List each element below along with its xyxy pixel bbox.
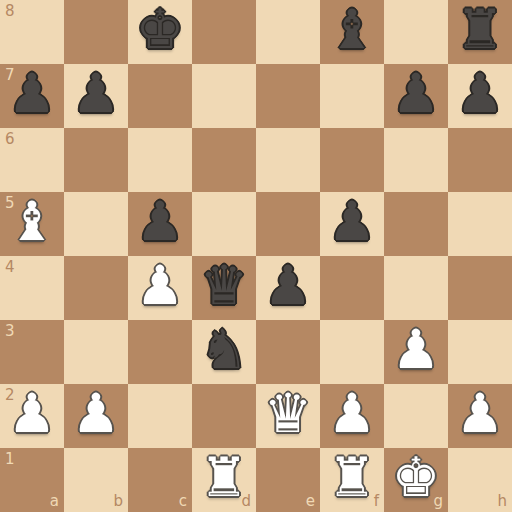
square-c4[interactable]: ♟ (128, 256, 192, 320)
square-a2[interactable]: 2♟ (0, 384, 64, 448)
square-d5[interactable] (192, 192, 256, 256)
square-b3[interactable] (64, 320, 128, 384)
piece-white-pawn[interactable]: ♟ (328, 387, 376, 441)
piece-black-pawn[interactable]: ♟ (328, 195, 376, 249)
square-c8[interactable]: ♚ (128, 0, 192, 64)
square-a4[interactable]: 4 (0, 256, 64, 320)
piece-white-queen[interactable]: ♛ (264, 387, 312, 441)
square-e2[interactable]: ♛ (256, 384, 320, 448)
chess-board: 8♚♝♜7♟♟♟♟65♝♟♟4♟♛♟3♞♟2♟♟♛♟♟1abcd♜ef♜g♚h (0, 0, 512, 512)
square-d6[interactable] (192, 128, 256, 192)
square-b4[interactable] (64, 256, 128, 320)
square-h8[interactable]: ♜ (448, 0, 512, 64)
square-f3[interactable] (320, 320, 384, 384)
square-d7[interactable] (192, 64, 256, 128)
piece-black-pawn[interactable]: ♟ (456, 67, 504, 121)
piece-black-rook[interactable]: ♜ (456, 3, 504, 57)
piece-black-queen[interactable]: ♛ (200, 259, 248, 313)
rank-label-6: 6 (5, 132, 15, 147)
square-c5[interactable]: ♟ (128, 192, 192, 256)
square-a7[interactable]: 7♟ (0, 64, 64, 128)
square-g4[interactable] (384, 256, 448, 320)
square-a1[interactable]: 1a (0, 448, 64, 512)
square-g3[interactable]: ♟ (384, 320, 448, 384)
file-label-a: a (50, 494, 59, 509)
square-a5[interactable]: 5♝ (0, 192, 64, 256)
file-label-c: c (179, 494, 187, 509)
square-h2[interactable]: ♟ (448, 384, 512, 448)
square-f7[interactable] (320, 64, 384, 128)
square-f2[interactable]: ♟ (320, 384, 384, 448)
rank-label-4: 4 (5, 260, 15, 275)
square-d1[interactable]: d♜ (192, 448, 256, 512)
piece-black-pawn[interactable]: ♟ (72, 67, 120, 121)
file-label-h: h (497, 494, 507, 509)
square-c6[interactable] (128, 128, 192, 192)
square-g2[interactable] (384, 384, 448, 448)
square-d8[interactable] (192, 0, 256, 64)
piece-white-pawn[interactable]: ♟ (72, 387, 120, 441)
square-a8[interactable]: 8 (0, 0, 64, 64)
piece-white-bishop[interactable]: ♝ (8, 195, 56, 249)
square-a6[interactable]: 6 (0, 128, 64, 192)
square-h7[interactable]: ♟ (448, 64, 512, 128)
square-c1[interactable]: c (128, 448, 192, 512)
piece-black-pawn[interactable]: ♟ (8, 67, 56, 121)
square-b8[interactable] (64, 0, 128, 64)
square-f6[interactable] (320, 128, 384, 192)
square-h5[interactable] (448, 192, 512, 256)
square-f1[interactable]: f♜ (320, 448, 384, 512)
square-c3[interactable] (128, 320, 192, 384)
square-d2[interactable] (192, 384, 256, 448)
square-g6[interactable] (384, 128, 448, 192)
square-g8[interactable] (384, 0, 448, 64)
square-b7[interactable]: ♟ (64, 64, 128, 128)
square-f5[interactable]: ♟ (320, 192, 384, 256)
piece-white-pawn[interactable]: ♟ (136, 259, 184, 313)
square-e1[interactable]: e (256, 448, 320, 512)
square-e6[interactable] (256, 128, 320, 192)
square-b1[interactable]: b (64, 448, 128, 512)
piece-black-bishop[interactable]: ♝ (328, 3, 376, 57)
rank-label-3: 3 (5, 324, 15, 339)
piece-white-pawn[interactable]: ♟ (456, 387, 504, 441)
piece-black-pawn[interactable]: ♟ (136, 195, 184, 249)
square-a3[interactable]: 3 (0, 320, 64, 384)
piece-black-pawn[interactable]: ♟ (392, 67, 440, 121)
file-label-b: b (113, 494, 123, 509)
piece-black-knight[interactable]: ♞ (200, 323, 248, 377)
square-f8[interactable]: ♝ (320, 0, 384, 64)
square-e3[interactable] (256, 320, 320, 384)
piece-black-king[interactable]: ♚ (136, 3, 184, 57)
square-e4[interactable]: ♟ (256, 256, 320, 320)
square-b2[interactable]: ♟ (64, 384, 128, 448)
square-g1[interactable]: g♚ (384, 448, 448, 512)
square-h6[interactable] (448, 128, 512, 192)
square-h4[interactable] (448, 256, 512, 320)
square-e5[interactable] (256, 192, 320, 256)
square-b6[interactable] (64, 128, 128, 192)
square-c7[interactable] (128, 64, 192, 128)
piece-black-pawn[interactable]: ♟ (264, 259, 312, 313)
square-e7[interactable] (256, 64, 320, 128)
square-d3[interactable]: ♞ (192, 320, 256, 384)
square-h3[interactable] (448, 320, 512, 384)
rank-label-8: 8 (5, 4, 15, 19)
file-label-e: e (306, 494, 315, 509)
piece-white-pawn[interactable]: ♟ (8, 387, 56, 441)
square-f4[interactable] (320, 256, 384, 320)
square-e8[interactable] (256, 0, 320, 64)
square-g5[interactable] (384, 192, 448, 256)
rank-label-1: 1 (5, 452, 15, 467)
piece-white-rook[interactable]: ♜ (200, 451, 248, 505)
square-c2[interactable] (128, 384, 192, 448)
square-b5[interactable] (64, 192, 128, 256)
piece-white-rook[interactable]: ♜ (328, 451, 376, 505)
piece-white-pawn[interactable]: ♟ (392, 323, 440, 377)
piece-white-king[interactable]: ♚ (392, 451, 440, 505)
square-d4[interactable]: ♛ (192, 256, 256, 320)
square-h1[interactable]: h (448, 448, 512, 512)
square-g7[interactable]: ♟ (384, 64, 448, 128)
